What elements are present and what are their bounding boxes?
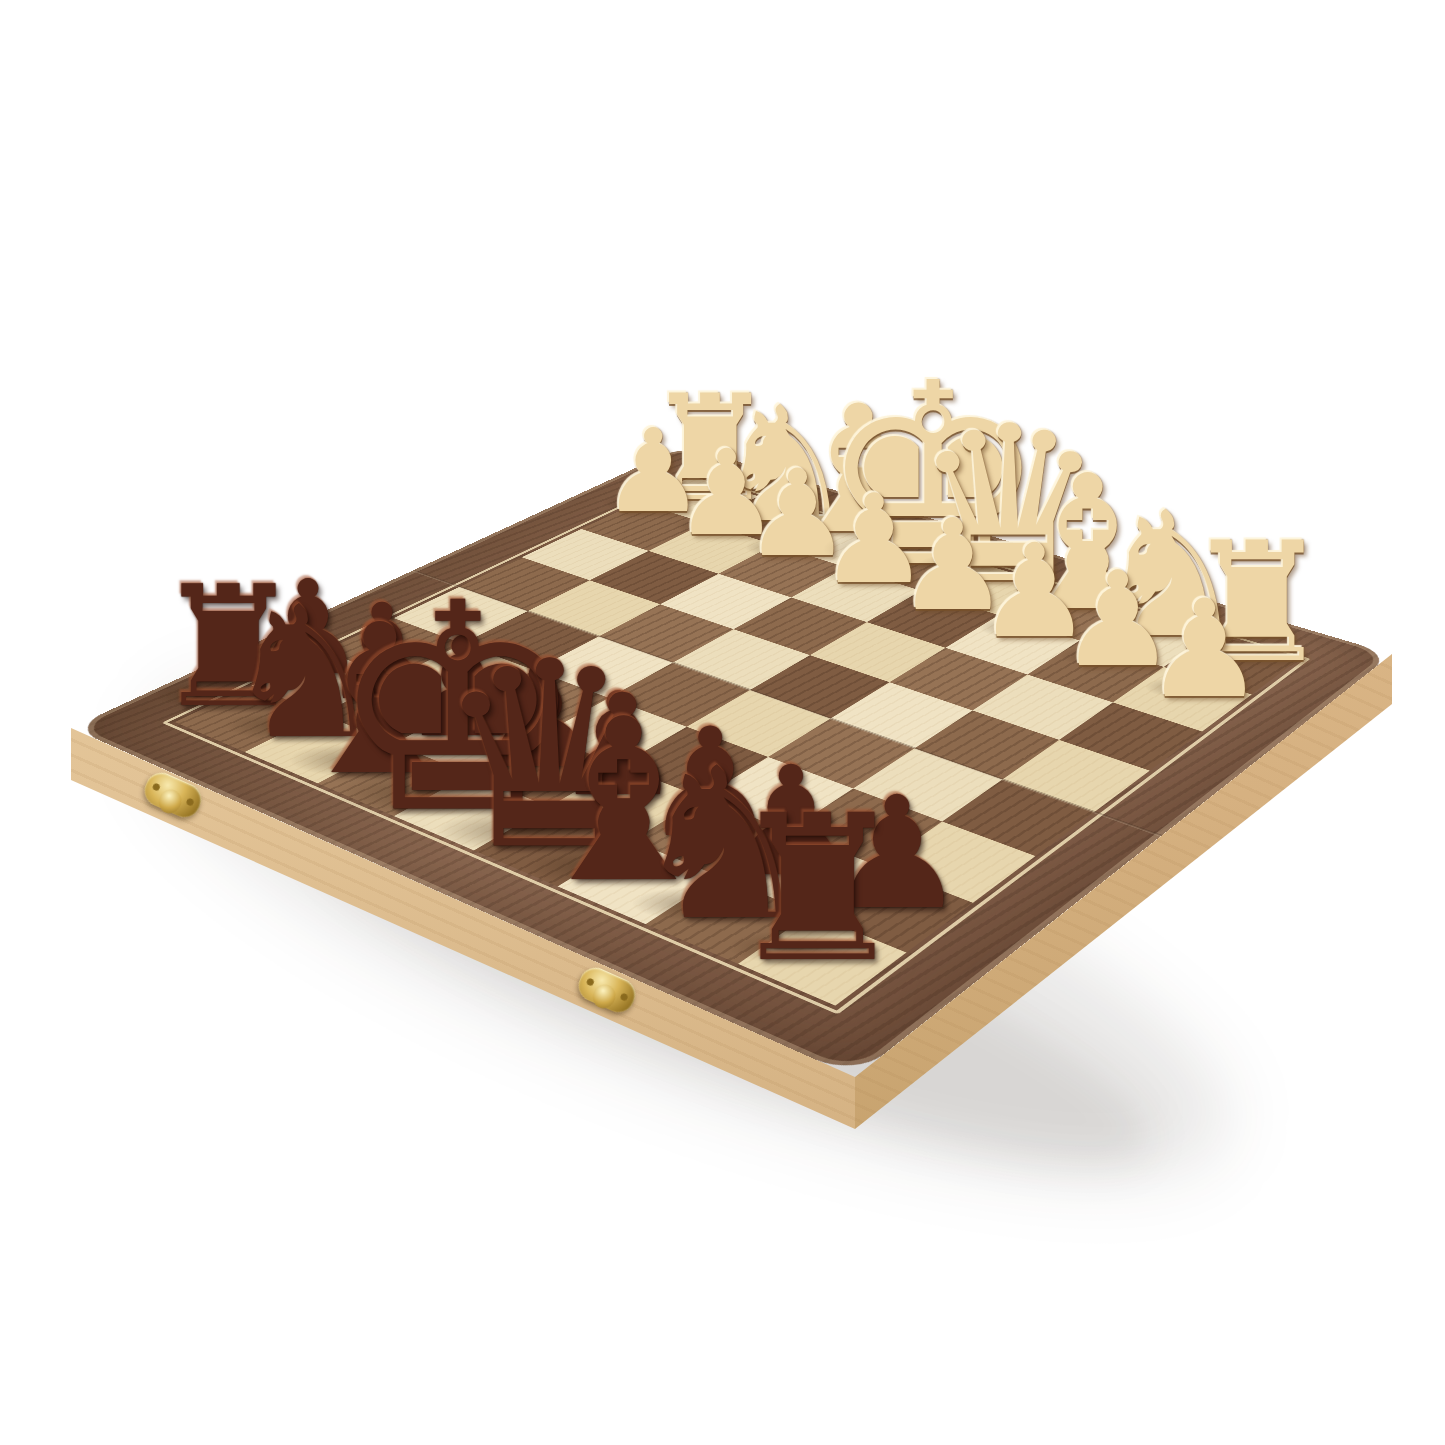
piece-white-pawn-a2[interactable]: ♟	[1144, 582, 1265, 717]
chess-set-photo: ♜♞♝♚♛♝♞♜♟♟♟♟♟♟♟♟♟♟♟♟♟♟♟♟♜♞♝♚♛♝♞♜	[0, 0, 1445, 1445]
piece-black-rook-a8[interactable]: ♜	[727, 789, 908, 991]
